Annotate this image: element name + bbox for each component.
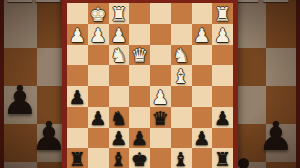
square-d7 bbox=[150, 128, 171, 149]
square-f2: ♟ bbox=[109, 24, 130, 45]
white-rook: ♜ bbox=[214, 4, 231, 23]
square-b4 bbox=[192, 65, 213, 86]
square-b3 bbox=[192, 45, 213, 66]
square-e2 bbox=[129, 24, 150, 45]
square-e4 bbox=[129, 65, 150, 86]
square-h7 bbox=[67, 128, 88, 149]
square-a1: ♜ bbox=[212, 3, 233, 24]
square-g1: ♚ bbox=[88, 3, 109, 24]
square-c6 bbox=[171, 107, 192, 128]
white-pawn: ♟ bbox=[69, 25, 86, 44]
square-a8: ♜ bbox=[212, 148, 233, 168]
black-knight: ♞ bbox=[110, 108, 127, 127]
chess-board: ♚♜♜♟♟♟♟♟♞♛♞♝♟♟♟♞♛♟♟♟♟♜♝♚♝♜ bbox=[67, 3, 233, 168]
square-h8: ♜ bbox=[67, 148, 88, 168]
white-knight: ♞ bbox=[110, 46, 127, 65]
square-e3: ♛ bbox=[129, 45, 150, 66]
square-d6: ♛ bbox=[150, 107, 171, 128]
square-a3 bbox=[212, 45, 233, 66]
thumbnail-stage: ♟♟♟♟♟♟♟ ♚♜♜♟♟♟♟♟♞♛♞♝♟♟♟♞♛♟♟♟♟♜♝♚♝♜ bbox=[0, 0, 300, 168]
white-pawn: ♟ bbox=[110, 25, 127, 44]
square-h5: ♟ bbox=[67, 86, 88, 107]
square-h1 bbox=[67, 3, 88, 24]
square-c2 bbox=[171, 24, 192, 45]
square-b8 bbox=[192, 148, 213, 168]
square-g6: ♟ bbox=[88, 107, 109, 128]
square-d2 bbox=[150, 24, 171, 45]
white-pawn: ♟ bbox=[152, 87, 169, 106]
white-pawn: ♟ bbox=[214, 25, 231, 44]
black-pawn: ♟ bbox=[90, 108, 107, 127]
white-pawn: ♟ bbox=[193, 25, 210, 44]
square-c5 bbox=[171, 86, 192, 107]
black-pawn: ♟ bbox=[193, 129, 210, 148]
white-rook: ♜ bbox=[110, 4, 127, 23]
square-a6: ♟ bbox=[212, 107, 233, 128]
black-pawn: ♟ bbox=[110, 129, 127, 148]
chess-board-frame: ♚♜♜♟♟♟♟♟♞♛♞♝♟♟♟♞♛♟♟♟♟♜♝♚♝♜ bbox=[62, 0, 238, 168]
square-h3 bbox=[67, 45, 88, 66]
square-c1 bbox=[171, 3, 192, 24]
square-f7: ♟ bbox=[109, 128, 130, 149]
square-a7 bbox=[212, 128, 233, 149]
square-c7 bbox=[171, 128, 192, 149]
black-bishop: ♝ bbox=[110, 150, 127, 168]
square-e8: ♚ bbox=[129, 148, 150, 168]
black-bishop: ♝ bbox=[173, 150, 190, 168]
square-h2: ♟ bbox=[67, 24, 88, 45]
black-pawn: ♟ bbox=[214, 108, 231, 127]
square-e1 bbox=[129, 3, 150, 24]
square-g7 bbox=[88, 128, 109, 149]
square-f1: ♜ bbox=[109, 3, 130, 24]
square-d3 bbox=[150, 45, 171, 66]
black-queen: ♛ bbox=[152, 108, 169, 127]
square-a5 bbox=[212, 86, 233, 107]
square-e6 bbox=[129, 107, 150, 128]
square-d5: ♟ bbox=[150, 86, 171, 107]
square-b6 bbox=[192, 107, 213, 128]
black-king: ♚ bbox=[131, 150, 148, 168]
square-g8 bbox=[88, 148, 109, 168]
black-pawn: ♟ bbox=[69, 87, 86, 106]
square-h4 bbox=[67, 65, 88, 86]
white-king: ♚ bbox=[90, 4, 107, 23]
square-d8 bbox=[150, 148, 171, 168]
white-bishop: ♝ bbox=[173, 67, 190, 86]
square-g4 bbox=[88, 65, 109, 86]
white-knight: ♞ bbox=[173, 46, 190, 65]
square-e7: ♟ bbox=[129, 128, 150, 149]
square-c3: ♞ bbox=[171, 45, 192, 66]
square-b7: ♟ bbox=[192, 128, 213, 149]
square-f5 bbox=[109, 86, 130, 107]
square-g5 bbox=[88, 86, 109, 107]
square-a4 bbox=[212, 65, 233, 86]
square-b1 bbox=[192, 3, 213, 24]
square-f8: ♝ bbox=[109, 148, 130, 168]
square-d1 bbox=[150, 3, 171, 24]
square-g2: ♟ bbox=[88, 24, 109, 45]
square-h6 bbox=[67, 107, 88, 128]
square-g3 bbox=[88, 45, 109, 66]
square-d4 bbox=[150, 65, 171, 86]
black-pawn: ♟ bbox=[131, 129, 148, 148]
square-f3: ♞ bbox=[109, 45, 130, 66]
square-c8: ♝ bbox=[171, 148, 192, 168]
white-queen: ♛ bbox=[131, 46, 148, 65]
black-rook: ♜ bbox=[214, 150, 231, 168]
square-f4 bbox=[109, 65, 130, 86]
square-a2: ♟ bbox=[212, 24, 233, 45]
square-e5 bbox=[129, 86, 150, 107]
square-b2: ♟ bbox=[192, 24, 213, 45]
black-rook: ♜ bbox=[69, 150, 86, 168]
square-b5 bbox=[192, 86, 213, 107]
square-f6: ♞ bbox=[109, 107, 130, 128]
white-pawn: ♟ bbox=[90, 25, 107, 44]
square-c4: ♝ bbox=[171, 65, 192, 86]
